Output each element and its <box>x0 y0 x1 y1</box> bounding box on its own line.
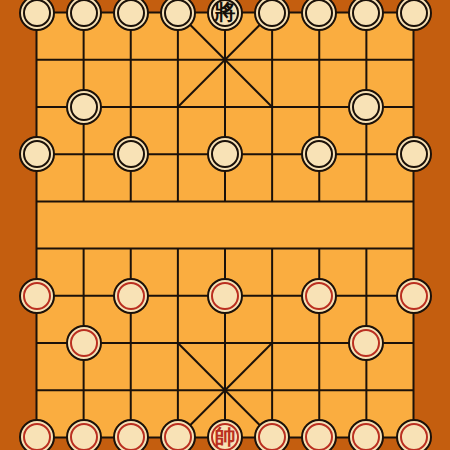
piece-black[interactable] <box>66 0 102 31</box>
piece-black[interactable] <box>19 136 55 172</box>
piece-black[interactable] <box>113 136 149 172</box>
piece-red[interactable] <box>396 278 432 314</box>
piece-black[interactable] <box>160 0 196 31</box>
piece-black[interactable] <box>19 0 55 31</box>
piece-red[interactable] <box>19 278 55 314</box>
piece-red[interactable] <box>113 419 149 450</box>
piece-red-general[interactable]: 帥 <box>207 419 243 450</box>
piece-red[interactable] <box>113 278 149 314</box>
piece-red[interactable] <box>301 419 337 450</box>
piece-red[interactable] <box>66 419 102 450</box>
piece-black[interactable] <box>66 89 102 125</box>
piece-red[interactable] <box>66 325 102 361</box>
piece-red[interactable] <box>254 419 290 450</box>
piece-red[interactable] <box>348 419 384 450</box>
piece-red[interactable] <box>301 278 337 314</box>
piece-red[interactable] <box>396 419 432 450</box>
piece-black[interactable] <box>207 136 243 172</box>
board-grid <box>0 0 450 450</box>
piece-black[interactable] <box>396 0 432 31</box>
piece-black[interactable] <box>396 136 432 172</box>
red-general-glyph: 帥 <box>215 426 236 447</box>
piece-red[interactable] <box>207 278 243 314</box>
piece-black[interactable] <box>113 0 149 31</box>
black-general-glyph: 將 <box>215 1 236 22</box>
piece-red[interactable] <box>160 419 196 450</box>
xiangqi-board: 將帥 <box>0 0 450 450</box>
piece-red[interactable] <box>19 419 55 450</box>
